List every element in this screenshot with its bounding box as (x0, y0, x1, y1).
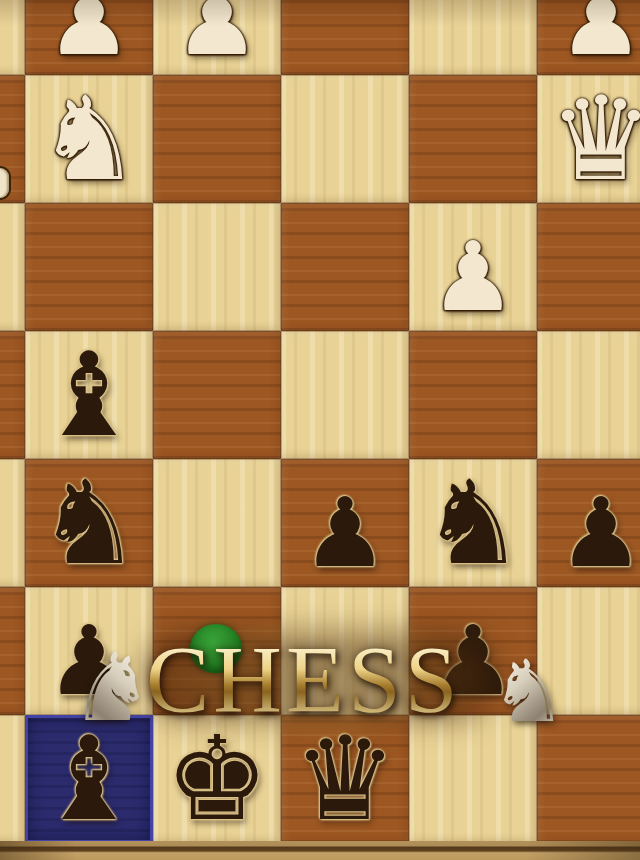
square-a6[interactable] (0, 203, 25, 331)
partial-white-piece-edge (0, 168, 9, 198)
piece-black-bishop-b5[interactable]: ♝ (25, 331, 153, 459)
piece-black-pawn-d4[interactable]: ♟ (281, 459, 409, 587)
square-d6[interactable] (281, 203, 409, 331)
square-b6[interactable] (25, 203, 153, 331)
square-d5[interactable] (281, 331, 409, 459)
square-c6[interactable] (153, 203, 281, 331)
square-a5[interactable] (0, 331, 25, 459)
app-logo-title: CHESS (146, 633, 506, 728)
square-f5[interactable] (537, 331, 640, 459)
square-c5[interactable] (153, 331, 281, 459)
piece-black-knight-b4[interactable]: ♞ (25, 459, 153, 587)
square-c7[interactable] (153, 75, 281, 203)
top-shading-overlay (0, 0, 640, 26)
logo-knight-right-icon: ♞ (490, 648, 567, 734)
square-e7[interactable] (409, 75, 537, 203)
square-a2[interactable] (0, 715, 25, 843)
square-e5[interactable] (409, 331, 537, 459)
piece-white-knight-b7[interactable]: ♞ (25, 75, 153, 203)
piece-black-pawn-f4[interactable]: ♟ (537, 459, 640, 587)
square-a3[interactable] (0, 587, 25, 715)
piece-white-queen-f7[interactable]: ♛ (537, 75, 640, 203)
piece-black-knight-e4[interactable]: ♞ (409, 459, 537, 587)
logo-knight-left-icon: ♞ (70, 641, 154, 735)
square-d7[interactable] (281, 75, 409, 203)
square-f6[interactable] (537, 203, 640, 331)
square-a4[interactable] (0, 459, 25, 587)
piece-white-pawn-e6[interactable]: ♟ (409, 203, 537, 331)
chess-app-screen: ♟♟♟♞♛♟♝♞♟♞♟♟♟♝♚♛ ♞ CHESS ♞ (0, 0, 640, 860)
square-c4[interactable] (153, 459, 281, 587)
board-frame-edge (0, 841, 640, 860)
